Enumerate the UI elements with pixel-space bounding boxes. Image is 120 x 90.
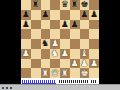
square-b2[interactable] — [31, 59, 41, 69]
square-c4[interactable]: ♞ — [41, 39, 51, 49]
white-king-g1: ♚ — [80, 68, 88, 77]
square-e1[interactable]: ♜ — [60, 68, 70, 78]
square-f2[interactable]: ♟ — [70, 59, 80, 69]
square-g1[interactable]: ♚ — [80, 68, 90, 78]
square-f3[interactable] — [70, 49, 80, 59]
square-h5[interactable] — [89, 29, 99, 39]
black-pawn-f6: ♟ — [71, 20, 79, 29]
black-pawn-c7: ♟ — [41, 10, 49, 19]
square-b1[interactable] — [31, 68, 41, 78]
square-d2[interactable] — [50, 59, 60, 69]
caption-game-text — [59, 80, 89, 83]
square-c2[interactable] — [41, 59, 51, 69]
square-h2[interactable]: ♟ — [89, 59, 99, 69]
letterbox-right — [99, 0, 120, 84]
square-g8[interactable]: ♚ — [80, 0, 90, 10]
square-f8[interactable]: ♜ — [70, 0, 80, 10]
black-rook-f8: ♜ — [71, 0, 79, 9]
white-pawn-e3: ♟ — [61, 49, 69, 58]
square-h1[interactable] — [89, 68, 99, 78]
square-e4[interactable] — [60, 39, 70, 49]
square-f6[interactable]: ♟ — [70, 20, 80, 30]
square-h6[interactable] — [89, 20, 99, 30]
square-a4[interactable] — [21, 39, 31, 49]
square-d5[interactable] — [50, 29, 60, 39]
square-h3[interactable] — [89, 49, 99, 59]
black-rook-b8: ♜ — [32, 0, 40, 9]
white-queen-d1: ♛ — [51, 68, 59, 77]
square-e2[interactable] — [60, 59, 70, 69]
square-a2[interactable] — [21, 59, 31, 69]
square-d1[interactable]: ♛ — [50, 68, 60, 78]
square-d4[interactable]: ♟ — [50, 39, 60, 49]
square-b7[interactable] — [31, 10, 41, 20]
square-c7[interactable]: ♟ — [41, 10, 51, 20]
white-pawn-g2: ♟ — [80, 59, 88, 68]
black-knight-c4: ♞ — [41, 39, 49, 48]
black-pawn-a7: ♟ — [22, 10, 30, 19]
square-b4[interactable] — [31, 39, 41, 49]
square-g2[interactable]: ♟ — [80, 59, 90, 69]
square-e3[interactable]: ♟ — [60, 49, 70, 59]
square-d7[interactable] — [50, 10, 60, 20]
square-h4[interactable] — [89, 39, 99, 49]
white-bishop-g3: ♝ — [80, 49, 88, 58]
square-f4[interactable] — [70, 39, 80, 49]
square-c3[interactable] — [41, 49, 51, 59]
square-b5[interactable] — [31, 29, 41, 39]
square-g5[interactable] — [80, 29, 90, 39]
white-rook-e1: ♜ — [61, 68, 69, 77]
square-c6[interactable] — [41, 20, 51, 30]
black-pawn-g7: ♟ — [80, 10, 88, 19]
square-c1[interactable]: ♜ — [41, 68, 51, 78]
square-b6[interactable] — [31, 20, 41, 30]
white-pawn-d4: ♟ — [51, 39, 59, 48]
square-h8[interactable] — [89, 0, 99, 10]
square-a3[interactable]: ♟ — [21, 49, 31, 59]
caption-link-text[interactable] — [22, 80, 56, 84]
black-king-g8: ♚ — [80, 0, 88, 9]
square-e5[interactable] — [60, 29, 70, 39]
square-a1[interactable] — [21, 68, 31, 78]
square-g4[interactable] — [80, 39, 90, 49]
status-bar-marks — [2, 87, 12, 89]
video-frame: ♜♛♜♚♟♟♟♟♟♟♟♞♟♟♞♟♝♟♟♟♜♛♜♚ — [0, 0, 120, 90]
white-pawn-a3: ♟ — [22, 49, 30, 58]
square-g3[interactable]: ♝ — [80, 49, 90, 59]
square-f7[interactable] — [70, 10, 80, 20]
square-g6[interactable] — [80, 20, 90, 30]
black-pawn-h7: ♟ — [90, 10, 98, 19]
square-b8[interactable]: ♜ — [31, 0, 41, 10]
status-bar — [0, 84, 120, 90]
square-a8[interactable] — [21, 0, 31, 10]
square-f1[interactable] — [70, 68, 80, 78]
black-queen-e8: ♛ — [61, 0, 69, 9]
square-a6[interactable]: ♟ — [21, 20, 31, 30]
square-a7[interactable]: ♟ — [21, 10, 31, 20]
white-knight-d3: ♞ — [51, 49, 59, 58]
square-g7[interactable]: ♟ — [80, 10, 90, 20]
square-d6[interactable] — [50, 20, 60, 30]
square-e6[interactable]: ♟ — [60, 20, 70, 30]
square-a5[interactable] — [21, 29, 31, 39]
square-h7[interactable]: ♟ — [89, 10, 99, 20]
square-c5[interactable] — [41, 29, 51, 39]
square-e8[interactable]: ♛ — [60, 0, 70, 10]
square-c8[interactable] — [41, 0, 51, 10]
white-pawn-f2: ♟ — [71, 59, 79, 68]
square-f5[interactable] — [70, 29, 80, 39]
black-pawn-e6: ♟ — [61, 20, 69, 29]
white-pawn-h2: ♟ — [90, 59, 98, 68]
square-e7[interactable] — [60, 10, 70, 20]
square-d8[interactable] — [50, 0, 60, 10]
black-pawn-a6: ♟ — [22, 20, 30, 29]
white-rook-c1: ♜ — [41, 68, 49, 77]
caption-result-text — [91, 80, 97, 83]
square-b3[interactable] — [31, 49, 41, 59]
chess-board: ♜♛♜♚♟♟♟♟♟♟♟♞♟♟♞♟♝♟♟♟♜♛♜♚ — [21, 0, 99, 78]
letterbox-left — [0, 0, 21, 84]
square-d3[interactable]: ♞ — [50, 49, 60, 59]
